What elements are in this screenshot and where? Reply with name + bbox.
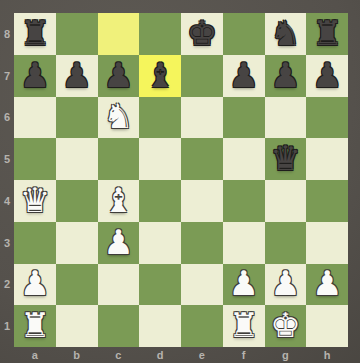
file-label-d: d [139, 347, 181, 363]
piece-white-pawn-f2[interactable]: ♟ [228, 266, 258, 300]
square-c1[interactable] [98, 305, 140, 347]
piece-black-pawn-g7[interactable]: ♟ [270, 58, 300, 92]
square-c6[interactable]: ♞ [98, 97, 140, 139]
piece-black-pawn-b7[interactable]: ♟ [61, 58, 91, 92]
file-label-a: a [14, 347, 56, 363]
square-g3[interactable] [265, 222, 307, 264]
file-label-c: c [98, 347, 140, 363]
rank-label-4: 4 [0, 180, 14, 222]
square-f2[interactable]: ♟ [223, 264, 265, 306]
square-g1[interactable]: ♚ [265, 305, 307, 347]
square-c8[interactable] [98, 13, 140, 55]
file-label-f: f [223, 347, 265, 363]
file-label-b: b [56, 347, 98, 363]
square-c3[interactable]: ♟ [98, 222, 140, 264]
square-b5[interactable] [56, 138, 98, 180]
square-d3[interactable] [139, 222, 181, 264]
file-label-e: e [181, 347, 223, 363]
square-a7[interactable]: ♟ [14, 55, 56, 97]
square-e7[interactable] [181, 55, 223, 97]
square-f5[interactable] [223, 138, 265, 180]
square-e2[interactable] [181, 264, 223, 306]
square-a2[interactable]: ♟ [14, 264, 56, 306]
piece-white-rook-a1[interactable]: ♜ [20, 308, 50, 342]
piece-white-pawn-g2[interactable]: ♟ [270, 266, 300, 300]
square-g6[interactable] [265, 97, 307, 139]
piece-white-pawn-h2[interactable]: ♟ [312, 266, 342, 300]
rank-label-1: 1 [0, 305, 14, 347]
rank-label-7: 7 [0, 55, 14, 97]
square-f1[interactable]: ♜ [223, 305, 265, 347]
square-a1[interactable]: ♜ [14, 305, 56, 347]
square-b3[interactable] [56, 222, 98, 264]
square-b7[interactable]: ♟ [56, 55, 98, 97]
rank-label-5: 5 [0, 138, 14, 180]
square-e4[interactable] [181, 180, 223, 222]
square-c4[interactable]: ♝ [98, 180, 140, 222]
board-background: 87654321 ♜♚♞♜♟♟♟♝♟♟♟♞♛♛♝♟♟♟♟♟♜♜♚ abcdefg… [0, 0, 360, 363]
square-g7[interactable]: ♟ [265, 55, 307, 97]
square-e5[interactable] [181, 138, 223, 180]
rank-label-6: 6 [0, 97, 14, 139]
square-b2[interactable] [56, 264, 98, 306]
square-f4[interactable] [223, 180, 265, 222]
piece-black-queen-g5[interactable]: ♛ [270, 141, 300, 175]
square-g8[interactable]: ♞ [265, 13, 307, 55]
rank-label-8: 8 [0, 13, 14, 55]
piece-white-queen-a4[interactable]: ♛ [20, 183, 50, 217]
square-f8[interactable] [223, 13, 265, 55]
square-d8[interactable] [139, 13, 181, 55]
file-label-h: h [306, 347, 348, 363]
square-h6[interactable] [306, 97, 348, 139]
square-d2[interactable] [139, 264, 181, 306]
square-e1[interactable] [181, 305, 223, 347]
piece-white-pawn-c3[interactable]: ♟ [103, 225, 133, 259]
piece-black-bishop-d7[interactable]: ♝ [145, 58, 175, 92]
piece-white-rook-f1[interactable]: ♜ [228, 308, 258, 342]
square-c7[interactable]: ♟ [98, 55, 140, 97]
piece-white-pawn-a2[interactable]: ♟ [20, 266, 50, 300]
square-f6[interactable] [223, 97, 265, 139]
rank-label-3: 3 [0, 222, 14, 264]
square-h1[interactable] [306, 305, 348, 347]
square-h5[interactable] [306, 138, 348, 180]
square-h7[interactable]: ♟ [306, 55, 348, 97]
square-a3[interactable] [14, 222, 56, 264]
square-a4[interactable]: ♛ [14, 180, 56, 222]
rank-label-2: 2 [0, 264, 14, 306]
square-b6[interactable] [56, 97, 98, 139]
file-label-g: g [265, 347, 307, 363]
square-b4[interactable] [56, 180, 98, 222]
square-e3[interactable] [181, 222, 223, 264]
piece-white-knight-c6[interactable]: ♞ [103, 99, 133, 133]
square-d5[interactable] [139, 138, 181, 180]
square-h2[interactable]: ♟ [306, 264, 348, 306]
piece-black-knight-g8[interactable]: ♞ [270, 16, 300, 50]
square-b1[interactable] [56, 305, 98, 347]
square-e8[interactable]: ♚ [181, 13, 223, 55]
piece-black-pawn-a7[interactable]: ♟ [20, 58, 50, 92]
square-a6[interactable] [14, 97, 56, 139]
square-d7[interactable]: ♝ [139, 55, 181, 97]
square-d1[interactable] [139, 305, 181, 347]
square-g4[interactable] [265, 180, 307, 222]
square-d6[interactable] [139, 97, 181, 139]
piece-black-king-e8[interactable]: ♚ [187, 16, 217, 50]
rank-labels: 87654321 [0, 13, 14, 347]
square-c5[interactable] [98, 138, 140, 180]
square-h8[interactable]: ♜ [306, 13, 348, 55]
square-e6[interactable] [181, 97, 223, 139]
piece-white-king-g1[interactable]: ♚ [270, 308, 300, 342]
chess-board: ♜♚♞♜♟♟♟♝♟♟♟♞♛♛♝♟♟♟♟♟♜♜♚ [14, 13, 348, 347]
piece-black-rook-a8[interactable]: ♜ [20, 16, 50, 50]
square-h4[interactable] [306, 180, 348, 222]
square-g2[interactable]: ♟ [265, 264, 307, 306]
square-f3[interactable] [223, 222, 265, 264]
piece-black-pawn-c7[interactable]: ♟ [103, 58, 133, 92]
square-b8[interactable] [56, 13, 98, 55]
square-c2[interactable] [98, 264, 140, 306]
piece-black-pawn-h7[interactable]: ♟ [312, 58, 342, 92]
square-a8[interactable]: ♜ [14, 13, 56, 55]
piece-black-rook-h8[interactable]: ♜ [312, 16, 342, 50]
square-f7[interactable]: ♟ [223, 55, 265, 97]
square-a5[interactable] [14, 138, 56, 180]
square-g5[interactable]: ♛ [265, 138, 307, 180]
square-d4[interactable] [139, 180, 181, 222]
file-labels: abcdefgh [14, 347, 348, 363]
piece-white-bishop-c4[interactable]: ♝ [103, 183, 133, 217]
square-h3[interactable] [306, 222, 348, 264]
piece-black-pawn-f7[interactable]: ♟ [228, 58, 258, 92]
